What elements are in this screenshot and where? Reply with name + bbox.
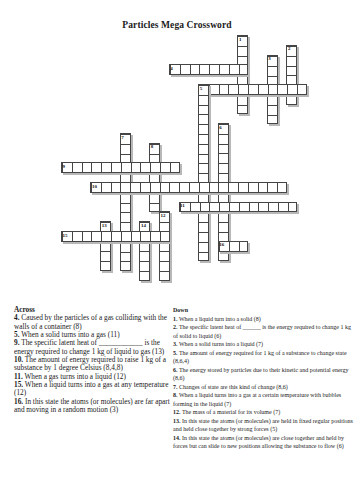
clue-13-down: 13. In this state the atoms (or molecule… (173, 417, 353, 434)
word-11-across (179, 202, 298, 213)
clue-number-8: 8 (151, 144, 154, 149)
clue-9-across: 9. The specific latent heat of _________… (14, 339, 180, 356)
clue-number-11: 11 (180, 203, 185, 208)
word-5-across (198, 84, 307, 95)
clue-3-down: 3. When a solid turns into a liquid (7) (173, 340, 353, 349)
word-15-across (61, 231, 170, 242)
clue-number-7: 7 (121, 135, 124, 140)
clue-number-1: 1 (239, 37, 242, 42)
clue-number-3: 3 (268, 56, 271, 61)
clue-number-10: 10 (92, 184, 97, 189)
clue-12-down: 12. The mass of a material for its volum… (173, 408, 353, 417)
word-13-down (100, 221, 111, 271)
crossword-grid: 12345678910111213141516 (0, 0, 354, 305)
clue-number-12: 12 (161, 213, 166, 218)
clue-number-2: 2 (288, 46, 291, 51)
clue-number-4: 4 (170, 66, 173, 71)
word-7-down (120, 133, 131, 271)
word-5-down (198, 84, 209, 261)
down-header: Down (173, 306, 353, 315)
clue-1-down: 1. When a liquid turn into a solid (8) (173, 315, 353, 324)
clue-4-across: 4. Caused by the particles of a gas coll… (14, 314, 180, 331)
down-clue-list: 1. When a liquid turn into a solid (8)2.… (173, 315, 353, 451)
clue-number-15: 15 (63, 233, 68, 238)
clue-10-across: 10. The amount of energy required to rai… (14, 356, 180, 373)
word-8-down (149, 143, 160, 213)
across-clues: Across 4. Caused by the particles of a g… (14, 306, 180, 414)
clue-8-down: 8. When a liquid turns into a gas at a c… (173, 391, 353, 408)
word-12-down (159, 211, 170, 281)
clue-14-down: 14. In this state the atoms (or molecule… (173, 434, 353, 451)
clue-number-5: 5 (200, 86, 203, 91)
clue-number-9: 9 (63, 164, 66, 169)
word-10-across (90, 182, 287, 193)
across-clue-list: 4. Caused by the particles of a gas coll… (14, 314, 180, 414)
clue-6-down: 6. The energy stored by particles due to… (173, 366, 353, 383)
worksheet-page: Particles Mega Crossword 123456789101112… (0, 0, 354, 500)
word-9-across (61, 162, 180, 173)
clue-5-down: 5. The amount of energy required for 1 k… (173, 349, 353, 366)
clue-16-across: 16. In this state the atoms (or molecule… (14, 398, 180, 415)
down-clues: Down 1. When a liquid turn into a solid … (173, 306, 353, 451)
word-2-down (286, 45, 297, 105)
word-4-across (169, 64, 248, 75)
clue-15-across: 15. When a liquid turns into a gas at an… (14, 381, 180, 398)
clue-2-down: 2. The specific latent heat of ______ is… (173, 323, 353, 340)
clue-number-14: 14 (141, 223, 146, 228)
clue-number-13: 13 (102, 223, 107, 228)
clue-number-16: 16 (219, 242, 224, 247)
clue-number-6: 6 (219, 125, 222, 130)
clue-7-down: 7. Changes of state are this kind of cha… (173, 383, 353, 392)
